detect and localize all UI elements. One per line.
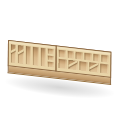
tray-compartment [41, 48, 47, 67]
product-photo-scene [0, 0, 125, 125]
tray-compartment [33, 47, 39, 66]
tray-compartment [48, 55, 53, 60]
tray-compartment [93, 54, 100, 62]
tray-compartment [76, 52, 83, 60]
tray-compartment [100, 64, 108, 74]
tray-compartment [79, 61, 87, 71]
tray-compartment [102, 55, 109, 63]
tray-compartment [48, 62, 53, 67]
tray-compartment [18, 45, 24, 64]
compartment-stack [48, 49, 54, 68]
tray-compartment [26, 46, 32, 65]
tray-compartment [58, 50, 65, 58]
tray-compartment [11, 44, 17, 63]
tray-compartment [69, 60, 77, 70]
tray-compartment [84, 53, 91, 61]
tray-compartment [89, 63, 97, 73]
tray-left-module [9, 41, 56, 70]
tray-compartment [58, 59, 66, 69]
tray-compartment [67, 51, 74, 59]
tray-compartment [48, 49, 53, 54]
